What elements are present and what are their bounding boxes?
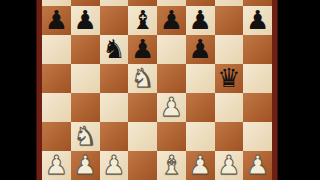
square-g5[interactable]: ♛ — [215, 64, 244, 93]
square-f7[interactable]: ♟ — [186, 6, 215, 35]
square-f5[interactable] — [186, 64, 215, 93]
square-c4[interactable] — [100, 93, 129, 122]
square-a6[interactable] — [42, 35, 71, 64]
square-e6[interactable] — [157, 35, 186, 64]
black-pawn[interactable]: ♟ — [73, 6, 96, 35]
square-a2[interactable]: ♟ — [42, 151, 71, 180]
square-d2[interactable] — [128, 151, 157, 180]
square-c6[interactable]: ♞ — [100, 35, 129, 64]
square-a5[interactable] — [42, 64, 71, 93]
square-d7[interactable]: ♝ — [128, 6, 157, 35]
square-b7[interactable]: ♟ — [71, 6, 100, 35]
square-g6[interactable] — [215, 35, 244, 64]
square-f3[interactable] — [186, 122, 215, 151]
square-e4[interactable]: ♟ — [157, 93, 186, 122]
square-g4[interactable] — [215, 93, 244, 122]
white-pawn[interactable]: ♟ — [188, 151, 211, 180]
white-knight[interactable]: ♞ — [73, 122, 96, 151]
square-g3[interactable] — [215, 122, 244, 151]
black-pawn[interactable]: ♟ — [45, 6, 68, 35]
square-f6[interactable]: ♟ — [186, 35, 215, 64]
white-bishop[interactable]: ♝ — [160, 151, 183, 180]
square-h5[interactable] — [243, 64, 272, 93]
black-bishop[interactable]: ♝ — [131, 6, 154, 35]
square-f4[interactable] — [186, 93, 215, 122]
square-e2[interactable]: ♝ — [157, 151, 186, 180]
square-e3[interactable] — [157, 122, 186, 151]
table-background: ♜♚♝♜♟♟♝♟♟♟♞♟♟♞♛♟♞♟♟♟♝♟♟♟ — [0, 0, 320, 180]
white-pawn[interactable]: ♟ — [73, 151, 96, 180]
square-c3[interactable] — [100, 122, 129, 151]
chess-board-frame: ♜♚♝♜♟♟♝♟♟♟♞♟♟♞♛♟♞♟♟♟♝♟♟♟ — [36, 0, 278, 180]
white-pawn[interactable]: ♟ — [246, 151, 269, 180]
square-g7[interactable] — [215, 6, 244, 35]
black-queen[interactable]: ♛ — [217, 64, 240, 93]
white-pawn[interactable]: ♟ — [160, 93, 183, 122]
board-grid: ♜♚♝♜♟♟♝♟♟♟♞♟♟♞♛♟♞♟♟♟♝♟♟♟ — [42, 0, 272, 180]
white-pawn[interactable]: ♟ — [45, 151, 68, 180]
square-b4[interactable] — [71, 93, 100, 122]
square-d3[interactable] — [128, 122, 157, 151]
square-e7[interactable]: ♟ — [157, 6, 186, 35]
chess-board: ♜♚♝♜♟♟♝♟♟♟♞♟♟♞♛♟♞♟♟♟♝♟♟♟ — [42, 0, 272, 180]
square-a4[interactable] — [42, 93, 71, 122]
square-d4[interactable] — [128, 93, 157, 122]
square-b2[interactable]: ♟ — [71, 151, 100, 180]
black-knight[interactable]: ♞ — [102, 35, 125, 64]
square-h2[interactable]: ♟ — [243, 151, 272, 180]
square-c5[interactable] — [100, 64, 129, 93]
white-pawn[interactable]: ♟ — [217, 151, 240, 180]
square-a7[interactable]: ♟ — [42, 6, 71, 35]
square-b5[interactable] — [71, 64, 100, 93]
square-b3[interactable]: ♞ — [71, 122, 100, 151]
square-c7[interactable] — [100, 6, 129, 35]
square-d5[interactable]: ♞ — [128, 64, 157, 93]
square-h3[interactable] — [243, 122, 272, 151]
square-h6[interactable] — [243, 35, 272, 64]
square-b6[interactable] — [71, 35, 100, 64]
white-pawn[interactable]: ♟ — [102, 151, 125, 180]
square-f2[interactable]: ♟ — [186, 151, 215, 180]
black-pawn[interactable]: ♟ — [131, 35, 154, 64]
square-c2[interactable]: ♟ — [100, 151, 129, 180]
black-pawn[interactable]: ♟ — [160, 6, 183, 35]
square-h4[interactable] — [243, 93, 272, 122]
black-pawn[interactable]: ♟ — [188, 35, 211, 64]
square-d6[interactable]: ♟ — [128, 35, 157, 64]
black-pawn[interactable]: ♟ — [246, 6, 269, 35]
black-pawn[interactable]: ♟ — [188, 6, 211, 35]
white-knight[interactable]: ♞ — [131, 64, 154, 93]
square-e5[interactable] — [157, 64, 186, 93]
square-g2[interactable]: ♟ — [215, 151, 244, 180]
square-a3[interactable] — [42, 122, 71, 151]
square-h7[interactable]: ♟ — [243, 6, 272, 35]
